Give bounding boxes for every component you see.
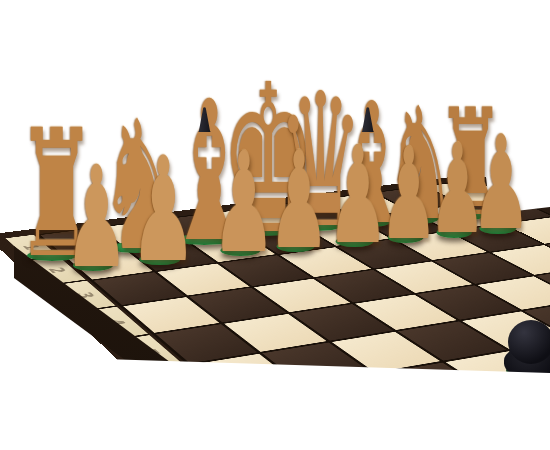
pawn-glyph: ♟ [64, 148, 122, 288]
pawn-glyph: ♟ [380, 131, 433, 258]
pawn-glyph: ♟ [130, 138, 190, 283]
edge-black-piece-head [508, 320, 550, 364]
pawn-glyph: ♟ [211, 134, 269, 273]
piece-pawn-a2: ♟ [471, 119, 525, 249]
piece-pawn-f2: ♟ [211, 134, 269, 273]
piece-pawn-c2: ♟ [380, 131, 433, 258]
piece-pawn-h2: ♟ [64, 148, 122, 288]
chess-set-photo: 12345678 ♜♞♝♚♛♝♞♜♟♟♟♟♟♟♟♟ [0, 0, 550, 450]
piece-pawn-e2: ♟ [268, 134, 324, 268]
pawn-glyph: ♟ [268, 134, 324, 268]
piece-pawn-d2: ♟ [327, 129, 383, 263]
piece-pawn-g2: ♟ [130, 138, 190, 283]
pawn-glyph: ♟ [471, 119, 525, 249]
pawn-glyph: ♟ [327, 129, 383, 263]
